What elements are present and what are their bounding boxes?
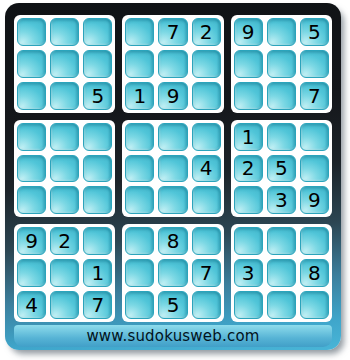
given-digit: 1: [91, 263, 104, 283]
cell-r7c9[interactable]: [300, 227, 329, 255]
cell-r1c3[interactable]: [83, 18, 112, 46]
cell-r4c9[interactable]: [300, 123, 329, 151]
cell-r4c8[interactable]: [267, 123, 296, 151]
given-digit: 2: [200, 22, 213, 42]
cell-r4c7[interactable]: 1: [234, 123, 263, 151]
cell-r2c5[interactable]: [158, 50, 187, 78]
given-digit: 7: [91, 295, 104, 315]
cell-r4c5[interactable]: [158, 123, 187, 151]
given-digit: 9: [167, 86, 180, 106]
cell-r8c3[interactable]: 1: [83, 259, 112, 287]
box-2-3: 12539: [231, 120, 332, 218]
cell-r1c2[interactable]: [50, 18, 79, 46]
cell-r3c3[interactable]: 5: [83, 82, 112, 110]
cell-r1c9[interactable]: 5: [300, 18, 329, 46]
given-digit: 4: [200, 158, 213, 178]
cell-r5c2[interactable]: [50, 155, 79, 183]
cell-r4c4[interactable]: [125, 123, 154, 151]
given-digit: 5: [308, 22, 321, 42]
cell-r6c9[interactable]: 9: [300, 186, 329, 214]
cell-r4c2[interactable]: [50, 123, 79, 151]
box-3-3: 38: [231, 224, 332, 322]
cell-r7c3[interactable]: [83, 227, 112, 255]
cell-r7c2[interactable]: 2: [50, 227, 79, 255]
website-link[interactable]: www.sudokusweb.com: [86, 327, 259, 345]
cell-r1c7[interactable]: 9: [234, 18, 263, 46]
cell-r6c3[interactable]: [83, 186, 112, 214]
given-digit: 5: [275, 158, 288, 178]
cell-r8c6[interactable]: 7: [192, 259, 221, 287]
cell-r8c9[interactable]: 8: [300, 259, 329, 287]
box-1-2: 7219: [122, 15, 223, 113]
cell-r2c8[interactable]: [267, 50, 296, 78]
box-2-2: 4: [122, 120, 223, 218]
given-digit: 8: [167, 231, 180, 251]
cell-r4c3[interactable]: [83, 123, 112, 151]
cell-r9c9[interactable]: [300, 291, 329, 319]
given-digit: 9: [308, 190, 321, 210]
cell-r8c4[interactable]: [125, 259, 154, 287]
cell-r6c1[interactable]: [17, 186, 46, 214]
given-digit: 5: [167, 295, 180, 315]
cell-r9c8[interactable]: [267, 291, 296, 319]
cell-r3c7[interactable]: [234, 82, 263, 110]
cell-r1c4[interactable]: [125, 18, 154, 46]
footer-band: www.sudokusweb.com: [14, 325, 332, 347]
cell-r6c2[interactable]: [50, 186, 79, 214]
cell-r2c3[interactable]: [83, 50, 112, 78]
sudoku-board: 572199574125399214787538 www.sudokusweb.…: [5, 3, 341, 350]
given-digit: 4: [25, 295, 38, 315]
cell-r9c3[interactable]: 7: [83, 291, 112, 319]
cell-r6c6[interactable]: [192, 186, 221, 214]
given-digit: 7: [308, 86, 321, 106]
box-1-1: 5: [14, 15, 115, 113]
cell-r1c1[interactable]: [17, 18, 46, 46]
given-digit: 2: [58, 231, 71, 251]
cell-r2c9[interactable]: [300, 50, 329, 78]
cell-r9c6[interactable]: [192, 291, 221, 319]
cell-r7c7[interactable]: [234, 227, 263, 255]
cell-r4c1[interactable]: [17, 123, 46, 151]
cell-r9c1[interactable]: 4: [17, 291, 46, 319]
cell-r4c6[interactable]: [192, 123, 221, 151]
cell-r3c6[interactable]: [192, 82, 221, 110]
cell-r9c5[interactable]: 5: [158, 291, 187, 319]
cell-r8c8[interactable]: [267, 259, 296, 287]
cell-r8c2[interactable]: [50, 259, 79, 287]
cell-r1c8[interactable]: [267, 18, 296, 46]
given-digit: 1: [134, 86, 147, 106]
given-digit: 7: [200, 263, 213, 283]
cell-r7c6[interactable]: [192, 227, 221, 255]
box-3-2: 875: [122, 224, 223, 322]
cell-r6c8[interactable]: 3: [267, 186, 296, 214]
cell-r3c1[interactable]: [17, 82, 46, 110]
cell-r8c5[interactable]: [158, 259, 187, 287]
box-1-3: 957: [231, 15, 332, 113]
given-digit: 1: [242, 127, 255, 147]
page: 572199574125399214787538 www.sudokusweb.…: [0, 0, 350, 360]
cell-r7c4[interactable]: [125, 227, 154, 255]
given-digit: 5: [91, 86, 104, 106]
cell-r5c3[interactable]: [83, 155, 112, 183]
cell-r7c8[interactable]: [267, 227, 296, 255]
cell-r6c5[interactable]: [158, 186, 187, 214]
box-3-1: 92147: [14, 224, 115, 322]
cell-r6c7[interactable]: [234, 186, 263, 214]
cell-r3c9[interactable]: 7: [300, 82, 329, 110]
sudoku-grid: 572199574125399214787538: [14, 15, 332, 322]
given-digit: 9: [242, 22, 255, 42]
cell-r7c5[interactable]: 8: [158, 227, 187, 255]
cell-r2c1[interactable]: [17, 50, 46, 78]
cell-r2c7[interactable]: [234, 50, 263, 78]
cell-r3c8[interactable]: [267, 82, 296, 110]
cell-r7c1[interactable]: 9: [17, 227, 46, 255]
cell-r9c4[interactable]: [125, 291, 154, 319]
cell-r5c8[interactable]: 5: [267, 155, 296, 183]
cell-r9c2[interactable]: [50, 291, 79, 319]
cell-r6c4[interactable]: [125, 186, 154, 214]
cell-r3c5[interactable]: 9: [158, 82, 187, 110]
cell-r2c6[interactable]: [192, 50, 221, 78]
cell-r5c5[interactable]: [158, 155, 187, 183]
cell-r8c7[interactable]: 3: [234, 259, 263, 287]
cell-r8c1[interactable]: [17, 259, 46, 287]
given-digit: 3: [275, 190, 288, 210]
given-digit: 2: [242, 158, 255, 178]
cell-r3c4[interactable]: 1: [125, 82, 154, 110]
cell-r5c6[interactable]: 4: [192, 155, 221, 183]
cell-r1c6[interactable]: 2: [192, 18, 221, 46]
given-digit: 8: [308, 263, 321, 283]
cell-r5c9[interactable]: [300, 155, 329, 183]
given-digit: 3: [242, 263, 255, 283]
cell-r5c1[interactable]: [17, 155, 46, 183]
given-digit: 7: [167, 22, 180, 42]
given-digit: 9: [25, 231, 38, 251]
cell-r5c7[interactable]: 2: [234, 155, 263, 183]
cell-r2c4[interactable]: [125, 50, 154, 78]
cell-r5c4[interactable]: [125, 155, 154, 183]
cell-r2c2[interactable]: [50, 50, 79, 78]
cell-r9c7[interactable]: [234, 291, 263, 319]
cell-r3c2[interactable]: [50, 82, 79, 110]
cell-r1c5[interactable]: 7: [158, 18, 187, 46]
box-2-1: [14, 120, 115, 218]
